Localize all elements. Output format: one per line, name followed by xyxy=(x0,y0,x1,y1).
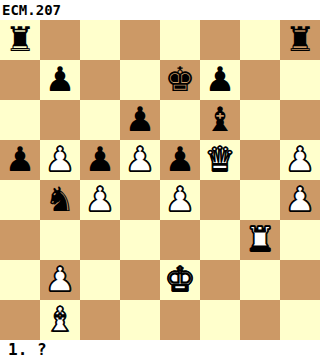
square-h3[interactable] xyxy=(280,220,320,260)
square-h4[interactable]: ♟ xyxy=(280,180,320,220)
square-d7[interactable] xyxy=(120,60,160,100)
square-g2[interactable] xyxy=(240,260,280,300)
square-c8[interactable] xyxy=(80,20,120,60)
square-b6[interactable] xyxy=(40,100,80,140)
square-d8[interactable] xyxy=(120,20,160,60)
square-c1[interactable] xyxy=(80,300,120,340)
square-g3[interactable]: ♜ xyxy=(240,220,280,260)
square-e8[interactable] xyxy=(160,20,200,60)
square-d3[interactable] xyxy=(120,220,160,260)
white-pawn[interactable]: ♟ xyxy=(45,140,75,179)
black-pawn[interactable]: ♟ xyxy=(165,140,195,179)
prompt-bar: 1. ? xyxy=(0,340,320,360)
square-a7[interactable] xyxy=(0,60,40,100)
square-e2[interactable]: ♚ xyxy=(160,260,200,300)
square-a4[interactable] xyxy=(0,180,40,220)
square-a5[interactable]: ♟ xyxy=(0,140,40,180)
white-king[interactable]: ♚ xyxy=(165,260,195,299)
square-d1[interactable] xyxy=(120,300,160,340)
white-pawn[interactable]: ♟ xyxy=(285,180,315,219)
black-pawn[interactable]: ♟ xyxy=(205,60,235,99)
square-b1[interactable]: ♝ xyxy=(40,300,80,340)
square-c4[interactable]: ♟ xyxy=(80,180,120,220)
square-b2[interactable]: ♟ xyxy=(40,260,80,300)
square-e1[interactable] xyxy=(160,300,200,340)
square-c3[interactable] xyxy=(80,220,120,260)
square-h6[interactable] xyxy=(280,100,320,140)
square-g8[interactable] xyxy=(240,20,280,60)
square-b8[interactable] xyxy=(40,20,80,60)
black-pawn[interactable]: ♟ xyxy=(45,60,75,99)
square-e5[interactable]: ♟ xyxy=(160,140,200,180)
square-g7[interactable] xyxy=(240,60,280,100)
black-rook[interactable]: ♜ xyxy=(285,20,315,59)
square-c7[interactable] xyxy=(80,60,120,100)
square-f8[interactable] xyxy=(200,20,240,60)
white-pawn[interactable]: ♟ xyxy=(165,180,195,219)
square-b7[interactable]: ♟ xyxy=(40,60,80,100)
white-pawn[interactable]: ♟ xyxy=(125,140,155,179)
square-b4[interactable]: ♞ xyxy=(40,180,80,220)
square-f5[interactable]: ♛ xyxy=(200,140,240,180)
square-g1[interactable] xyxy=(240,300,280,340)
white-rook[interactable]: ♜ xyxy=(245,220,275,259)
square-h7[interactable] xyxy=(280,60,320,100)
square-f7[interactable]: ♟ xyxy=(200,60,240,100)
white-pawn[interactable]: ♟ xyxy=(45,260,75,299)
square-d4[interactable] xyxy=(120,180,160,220)
square-a1[interactable] xyxy=(0,300,40,340)
black-pawn[interactable]: ♟ xyxy=(125,100,155,139)
black-knight[interactable]: ♞ xyxy=(45,180,75,219)
square-b5[interactable]: ♟ xyxy=(40,140,80,180)
square-g4[interactable] xyxy=(240,180,280,220)
square-e7[interactable]: ♚ xyxy=(160,60,200,100)
square-h1[interactable] xyxy=(280,300,320,340)
square-h8[interactable]: ♜ xyxy=(280,20,320,60)
square-d5[interactable]: ♟ xyxy=(120,140,160,180)
square-e6[interactable] xyxy=(160,100,200,140)
square-d2[interactable] xyxy=(120,260,160,300)
square-f6[interactable]: ♝ xyxy=(200,100,240,140)
white-pawn[interactable]: ♟ xyxy=(285,140,315,179)
square-e3[interactable] xyxy=(160,220,200,260)
square-c2[interactable] xyxy=(80,260,120,300)
square-h2[interactable] xyxy=(280,260,320,300)
black-pawn[interactable]: ♟ xyxy=(5,140,35,179)
square-a2[interactable] xyxy=(0,260,40,300)
square-f4[interactable] xyxy=(200,180,240,220)
square-a3[interactable] xyxy=(0,220,40,260)
title-bar: ECM.207 xyxy=(0,0,320,20)
white-queen[interactable]: ♛ xyxy=(205,140,235,179)
square-f3[interactable] xyxy=(200,220,240,260)
black-king[interactable]: ♚ xyxy=(165,60,195,99)
square-f2[interactable] xyxy=(200,260,240,300)
square-c6[interactable] xyxy=(80,100,120,140)
puzzle-title: ECM.207 xyxy=(2,0,61,20)
square-e4[interactable]: ♟ xyxy=(160,180,200,220)
square-h5[interactable]: ♟ xyxy=(280,140,320,180)
chess-puzzle-page: ECM.207 ♜♜♟♚♟♟♝♟♟♟♟♟♛♟♞♟♟♟♜♟♚♝ 1. ? xyxy=(0,0,320,360)
black-bishop[interactable]: ♝ xyxy=(205,100,235,139)
square-g5[interactable] xyxy=(240,140,280,180)
move-prompt: 1. ? xyxy=(8,340,47,360)
black-pawn[interactable]: ♟ xyxy=(85,140,115,179)
chess-board: ♜♜♟♚♟♟♝♟♟♟♟♟♛♟♞♟♟♟♜♟♚♝ xyxy=(0,20,320,340)
square-d6[interactable]: ♟ xyxy=(120,100,160,140)
square-f1[interactable] xyxy=(200,300,240,340)
white-pawn[interactable]: ♟ xyxy=(85,180,115,219)
square-g6[interactable] xyxy=(240,100,280,140)
square-b3[interactable] xyxy=(40,220,80,260)
square-c5[interactable]: ♟ xyxy=(80,140,120,180)
white-bishop[interactable]: ♝ xyxy=(45,300,75,339)
square-a8[interactable]: ♜ xyxy=(0,20,40,60)
square-a6[interactable] xyxy=(0,100,40,140)
black-rook[interactable]: ♜ xyxy=(5,20,35,59)
